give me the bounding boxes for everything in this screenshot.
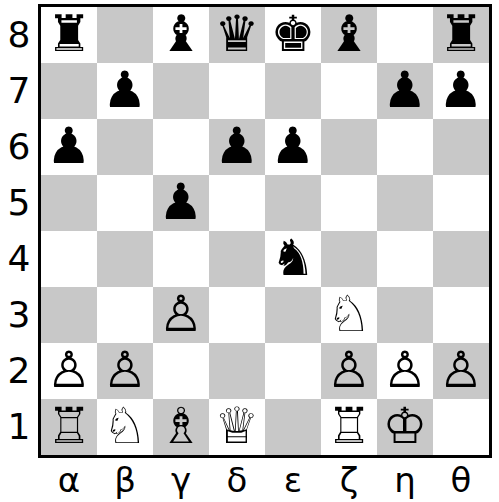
square-b4[interactable] (97, 231, 153, 287)
square-d3[interactable] (209, 287, 265, 343)
square-e3[interactable] (265, 287, 321, 343)
square-a8[interactable]: ♜ (41, 7, 97, 63)
square-d2[interactable] (209, 343, 265, 399)
square-g2[interactable]: ♙ (377, 343, 433, 399)
square-g5[interactable] (377, 175, 433, 231)
file-label-d: δ (209, 460, 265, 500)
rank-label-4: 4 (0, 231, 38, 287)
file-label-g: η (377, 460, 433, 500)
rank-label-2: 2 (0, 343, 38, 399)
square-a3[interactable] (41, 287, 97, 343)
chess-diagram: 87654321 ♜♝♛♚♝♜♟♟♟♟♟♟♟♞♙♘♙♙♙♙♙♖♘♗♕♖♔ αβγ… (0, 0, 499, 502)
black-pawn-piece[interactable]: ♟ (47, 119, 92, 174)
square-d6[interactable]: ♟ (209, 119, 265, 175)
square-d8[interactable]: ♛ (209, 7, 265, 63)
square-e6[interactable]: ♟ (265, 119, 321, 175)
square-b6[interactable] (97, 119, 153, 175)
square-b8[interactable] (97, 7, 153, 63)
rank-label-5: 5 (0, 175, 38, 231)
square-g6[interactable] (377, 119, 433, 175)
square-a5[interactable] (41, 175, 97, 231)
white-pawn-piece[interactable]: ♙ (383, 343, 428, 398)
square-c7[interactable] (153, 63, 209, 119)
square-f4[interactable] (321, 231, 377, 287)
square-b1[interactable]: ♘ (97, 399, 153, 455)
square-a2[interactable]: ♙ (41, 343, 97, 399)
square-d1[interactable]: ♕ (209, 399, 265, 455)
black-knight-piece[interactable]: ♞ (271, 231, 316, 286)
white-pawn-piece[interactable]: ♙ (439, 343, 484, 398)
rank-label-1: 1 (0, 399, 38, 455)
black-king-piece[interactable]: ♚ (271, 7, 316, 62)
file-labels: αβγδεζηθ (38, 460, 492, 502)
black-pawn-piece[interactable]: ♟ (159, 175, 204, 230)
black-pawn-piece[interactable]: ♟ (271, 119, 316, 174)
black-bishop-piece[interactable]: ♝ (159, 7, 204, 62)
file-label-a: α (41, 460, 97, 500)
square-e8[interactable]: ♚ (265, 7, 321, 63)
file-label-e: ε (265, 460, 321, 500)
square-g1[interactable]: ♔ (377, 399, 433, 455)
black-pawn-piece[interactable]: ♟ (215, 119, 260, 174)
black-queen-piece[interactable]: ♛ (215, 7, 260, 62)
square-h1[interactable] (433, 399, 489, 455)
square-b5[interactable] (97, 175, 153, 231)
chess-board: ♜♝♛♚♝♜♟♟♟♟♟♟♟♞♙♘♙♙♙♙♙♖♘♗♕♖♔ (38, 4, 492, 458)
rank-label-3: 3 (0, 287, 38, 343)
black-bishop-piece[interactable]: ♝ (327, 7, 372, 62)
rank-label-6: 6 (0, 119, 38, 175)
rank-labels: 87654321 (0, 4, 38, 458)
white-pawn-piece[interactable]: ♙ (159, 287, 204, 342)
square-h8[interactable]: ♜ (433, 7, 489, 63)
square-c3[interactable]: ♙ (153, 287, 209, 343)
white-rook-piece[interactable]: ♖ (47, 399, 92, 454)
square-f6[interactable] (321, 119, 377, 175)
square-d5[interactable] (209, 175, 265, 231)
square-c5[interactable]: ♟ (153, 175, 209, 231)
square-h4[interactable] (433, 231, 489, 287)
square-h2[interactable]: ♙ (433, 343, 489, 399)
square-b3[interactable] (97, 287, 153, 343)
square-c2[interactable] (153, 343, 209, 399)
square-h3[interactable] (433, 287, 489, 343)
white-knight-piece[interactable]: ♘ (103, 399, 148, 454)
square-h7[interactable]: ♟ (433, 63, 489, 119)
square-f3[interactable]: ♘ (321, 287, 377, 343)
square-e4[interactable]: ♞ (265, 231, 321, 287)
square-b7[interactable]: ♟ (97, 63, 153, 119)
square-a1[interactable]: ♖ (41, 399, 97, 455)
square-g7[interactable]: ♟ (377, 63, 433, 119)
square-a6[interactable]: ♟ (41, 119, 97, 175)
black-pawn-piece[interactable]: ♟ (383, 63, 428, 118)
file-label-f: ζ (321, 460, 377, 500)
square-g4[interactable] (377, 231, 433, 287)
square-a7[interactable] (41, 63, 97, 119)
black-rook-piece[interactable]: ♜ (439, 7, 484, 62)
square-g3[interactable] (377, 287, 433, 343)
square-e7[interactable] (265, 63, 321, 119)
square-e5[interactable] (265, 175, 321, 231)
black-pawn-piece[interactable]: ♟ (439, 63, 484, 118)
square-c1[interactable]: ♗ (153, 399, 209, 455)
square-a4[interactable] (41, 231, 97, 287)
white-pawn-piece[interactable]: ♙ (103, 343, 148, 398)
white-pawn-piece[interactable]: ♙ (327, 343, 372, 398)
square-b2[interactable]: ♙ (97, 343, 153, 399)
square-f1[interactable]: ♖ (321, 399, 377, 455)
square-c8[interactable]: ♝ (153, 7, 209, 63)
square-g8[interactable] (377, 7, 433, 63)
square-f5[interactable] (321, 175, 377, 231)
square-e2[interactable] (265, 343, 321, 399)
square-d4[interactable] (209, 231, 265, 287)
white-knight-piece[interactable]: ♘ (327, 287, 372, 342)
white-bishop-piece[interactable]: ♗ (159, 399, 204, 454)
square-h5[interactable] (433, 175, 489, 231)
black-pawn-piece[interactable]: ♟ (103, 63, 148, 118)
square-d7[interactable] (209, 63, 265, 119)
white-queen-piece[interactable]: ♕ (215, 399, 260, 454)
square-f7[interactable] (321, 63, 377, 119)
rank-label-8: 8 (0, 7, 38, 63)
square-c4[interactable] (153, 231, 209, 287)
file-label-h: θ (433, 460, 489, 500)
square-c6[interactable] (153, 119, 209, 175)
black-rook-piece[interactable]: ♜ (47, 7, 92, 62)
square-h6[interactable] (433, 119, 489, 175)
file-label-b: β (97, 460, 153, 500)
rank-label-7: 7 (0, 63, 38, 119)
square-f2[interactable]: ♙ (321, 343, 377, 399)
white-king-piece[interactable]: ♔ (383, 399, 428, 454)
square-e1[interactable] (265, 399, 321, 455)
white-rook-piece[interactable]: ♖ (327, 399, 372, 454)
white-pawn-piece[interactable]: ♙ (47, 343, 92, 398)
square-f8[interactable]: ♝ (321, 7, 377, 63)
file-label-c: γ (153, 460, 209, 500)
